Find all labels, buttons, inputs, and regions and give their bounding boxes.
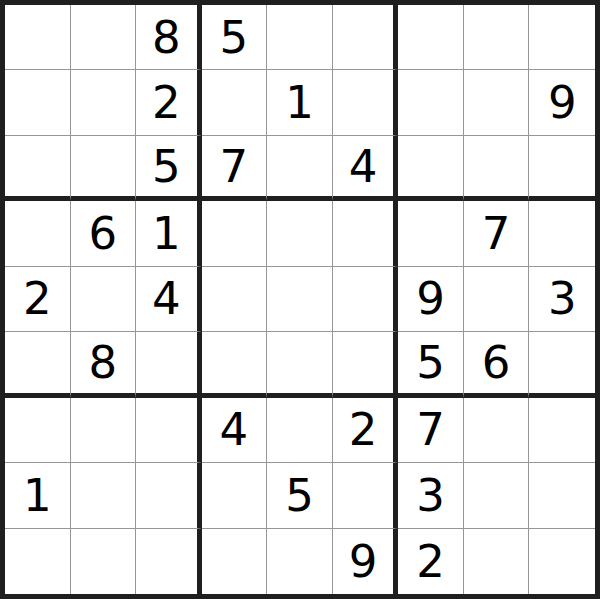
cell-r9c1-empty[interactable] [5,529,71,594]
cell-r6c4-empty[interactable] [202,332,268,397]
cell-r9c7-given-2[interactable]: 2 [398,529,464,594]
cell-r8c1-given-1[interactable]: 1 [5,463,71,528]
cell-r2c4-empty[interactable] [202,70,268,135]
cell-r3c9-empty[interactable] [529,136,595,201]
cell-r8c8-empty[interactable] [464,463,530,528]
cell-r3c7-empty[interactable] [398,136,464,201]
cell-r4c1-empty[interactable] [5,201,71,266]
cell-r9c8-empty[interactable] [464,529,530,594]
cell-r9c9-empty[interactable] [529,529,595,594]
cell-r2c9-given-9[interactable]: 9 [529,70,595,135]
cell-r8c4-empty[interactable] [202,463,268,528]
cell-r7c7-given-7[interactable]: 7 [398,398,464,463]
cell-r1c1-empty[interactable] [5,5,71,70]
cell-r1c6-empty[interactable] [333,5,399,70]
cell-r2c3-given-2[interactable]: 2 [136,70,202,135]
cell-r1c4-given-5[interactable]: 5 [202,5,268,70]
cell-r9c3-empty[interactable] [136,529,202,594]
cell-r5c1-given-2[interactable]: 2 [5,267,71,332]
cell-r2c8-empty[interactable] [464,70,530,135]
cell-r8c7-given-3[interactable]: 3 [398,463,464,528]
cell-r3c3-given-5[interactable]: 5 [136,136,202,201]
cell-r2c7-empty[interactable] [398,70,464,135]
cell-r1c5-empty[interactable] [267,5,333,70]
cell-r4c6-empty[interactable] [333,201,399,266]
cell-r2c1-empty[interactable] [5,70,71,135]
cell-r6c5-empty[interactable] [267,332,333,397]
cell-r5c4-empty[interactable] [202,267,268,332]
cell-r1c8-empty[interactable] [464,5,530,70]
cell-r7c9-empty[interactable] [529,398,595,463]
cell-r9c4-empty[interactable] [202,529,268,594]
cell-r8c3-empty[interactable] [136,463,202,528]
cell-r9c2-empty[interactable] [71,529,137,594]
cell-r2c2-empty[interactable] [71,70,137,135]
cell-r9c5-empty[interactable] [267,529,333,594]
cell-r7c1-empty[interactable] [5,398,71,463]
cell-r6c7-given-5[interactable]: 5 [398,332,464,397]
cell-r3c4-given-7[interactable]: 7 [202,136,268,201]
cell-r1c3-given-8[interactable]: 8 [136,5,202,70]
cell-r7c5-empty[interactable] [267,398,333,463]
cell-r3c2-empty[interactable] [71,136,137,201]
cell-r8c6-empty[interactable] [333,463,399,528]
cell-r4c9-empty[interactable] [529,201,595,266]
cell-r1c9-empty[interactable] [529,5,595,70]
cell-r7c3-empty[interactable] [136,398,202,463]
cell-r3c6-given-4[interactable]: 4 [333,136,399,201]
cell-r5c7-given-9[interactable]: 9 [398,267,464,332]
cell-r5c8-empty[interactable] [464,267,530,332]
cell-r4c3-given-1[interactable]: 1 [136,201,202,266]
cell-r6c8-given-6[interactable]: 6 [464,332,530,397]
cell-r6c9-empty[interactable] [529,332,595,397]
cell-r7c4-given-4[interactable]: 4 [202,398,268,463]
cell-r6c6-empty[interactable] [333,332,399,397]
cell-r6c1-empty[interactable] [5,332,71,397]
cell-r1c7-empty[interactable] [398,5,464,70]
cell-r5c3-given-4[interactable]: 4 [136,267,202,332]
cell-r7c2-empty[interactable] [71,398,137,463]
cell-r2c6-empty[interactable] [333,70,399,135]
cell-r2c5-given-1[interactable]: 1 [267,70,333,135]
cell-r8c2-empty[interactable] [71,463,137,528]
cell-r6c2-given-8[interactable]: 8 [71,332,137,397]
cell-r6c3-empty[interactable] [136,332,202,397]
cell-r4c4-empty[interactable] [202,201,268,266]
sudoku-board: 85219574617249385642715392 [0,0,600,599]
cell-r5c5-empty[interactable] [267,267,333,332]
cell-r5c6-empty[interactable] [333,267,399,332]
cell-r4c5-empty[interactable] [267,201,333,266]
cell-r8c9-empty[interactable] [529,463,595,528]
cell-r4c2-given-6[interactable]: 6 [71,201,137,266]
cell-r5c2-empty[interactable] [71,267,137,332]
cell-r7c6-given-2[interactable]: 2 [333,398,399,463]
cell-r3c8-empty[interactable] [464,136,530,201]
cell-r4c7-empty[interactable] [398,201,464,266]
cell-r8c5-given-5[interactable]: 5 [267,463,333,528]
cell-r9c6-given-9[interactable]: 9 [333,529,399,594]
cell-r3c5-empty[interactable] [267,136,333,201]
cell-r1c2-empty[interactable] [71,5,137,70]
cell-r4c8-given-7[interactable]: 7 [464,201,530,266]
cell-r5c9-given-3[interactable]: 3 [529,267,595,332]
cell-r7c8-empty[interactable] [464,398,530,463]
cell-r3c1-empty[interactable] [5,136,71,201]
